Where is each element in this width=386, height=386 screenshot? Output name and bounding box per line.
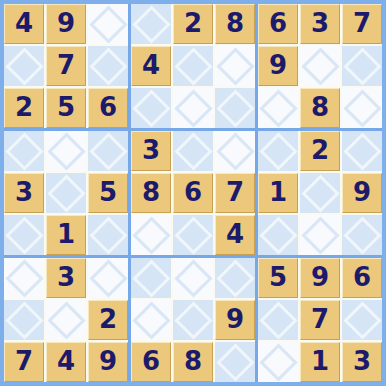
given-digit: 3	[311, 8, 329, 38]
cell-r8c8: 7	[300, 300, 340, 340]
cell-r2c7: 9	[258, 46, 298, 86]
cell-r8c7[interactable]	[258, 300, 298, 340]
cell-r1c6: 8	[215, 4, 255, 44]
cell-r4c9[interactable]	[342, 131, 382, 171]
cell-r5c2[interactable]	[46, 173, 86, 213]
box-9: 596713	[258, 258, 382, 382]
diamond-icon	[343, 132, 381, 170]
box-2: 284	[131, 4, 255, 128]
diamond-icon	[89, 47, 127, 85]
cell-r3c5[interactable]	[173, 88, 213, 128]
diamond-icon	[301, 174, 339, 212]
diamond-icon	[89, 5, 127, 43]
cell-r9c5: 8	[173, 342, 213, 382]
cell-r9c8: 1	[300, 342, 340, 382]
diamond-icon	[301, 47, 339, 85]
sudoku-board: 497256284637983513867421932749968596713	[0, 0, 386, 386]
cell-r6c7[interactable]	[258, 215, 298, 255]
diamond-icon	[5, 301, 43, 339]
diamond-icon	[132, 89, 170, 127]
cell-r6c4[interactable]	[131, 215, 171, 255]
diamond-icon	[5, 259, 43, 297]
box-3: 63798	[258, 4, 382, 128]
diamond-icon	[174, 301, 212, 339]
given-digit: 7	[353, 8, 371, 38]
diamond-icon	[47, 132, 85, 170]
cell-r1c8: 3	[300, 4, 340, 44]
given-digit: 3	[15, 177, 33, 207]
given-digit: 2	[15, 92, 33, 122]
cell-r3c4[interactable]	[131, 88, 171, 128]
cell-r3c3: 6	[88, 88, 128, 128]
cell-r7c3[interactable]	[88, 258, 128, 298]
cell-r2c9[interactable]	[342, 46, 382, 86]
cell-r7c8: 9	[300, 258, 340, 298]
cell-r6c5[interactable]	[173, 215, 213, 255]
diamond-icon	[47, 174, 85, 212]
diamond-icon	[343, 301, 381, 339]
cell-r2c1[interactable]	[4, 46, 44, 86]
cell-r1c1: 4	[4, 4, 44, 44]
cell-r2c6[interactable]	[215, 46, 255, 86]
cell-r2c3[interactable]	[88, 46, 128, 86]
given-digit: 4	[57, 346, 75, 376]
cell-r3c8: 8	[300, 88, 340, 128]
given-digit: 5	[269, 262, 287, 292]
cell-r5c6: 7	[215, 173, 255, 213]
diamond-icon	[5, 132, 43, 170]
cell-r2c2: 7	[46, 46, 86, 86]
cell-r7c2: 3	[46, 258, 86, 298]
cell-r3c2: 5	[46, 88, 86, 128]
diamond-icon	[132, 259, 170, 297]
given-digit: 6	[99, 92, 117, 122]
diamond-icon	[259, 343, 297, 381]
cell-r9c4: 6	[131, 342, 171, 382]
cell-r7c1[interactable]	[4, 258, 44, 298]
cell-r5c8[interactable]	[300, 173, 340, 213]
cell-r8c5[interactable]	[173, 300, 213, 340]
diamond-icon	[174, 47, 212, 85]
given-digit: 9	[353, 177, 371, 207]
cell-r6c1[interactable]	[4, 215, 44, 255]
diamond-icon	[174, 259, 212, 297]
cell-r7c5[interactable]	[173, 258, 213, 298]
diamond-icon	[89, 132, 127, 170]
given-digit: 7	[226, 177, 244, 207]
diamond-icon	[89, 259, 127, 297]
diamond-icon	[216, 47, 254, 85]
given-digit: 9	[57, 8, 75, 38]
cell-r3c9[interactable]	[342, 88, 382, 128]
cell-r4c3[interactable]	[88, 131, 128, 171]
diamond-icon	[301, 216, 339, 254]
cell-r1c9: 7	[342, 4, 382, 44]
given-digit: 6	[269, 8, 287, 38]
cell-r8c2[interactable]	[46, 300, 86, 340]
cell-r7c4[interactable]	[131, 258, 171, 298]
given-digit: 3	[353, 346, 371, 376]
given-digit: 1	[269, 177, 287, 207]
cell-r5c3: 5	[88, 173, 128, 213]
cell-r3c1: 2	[4, 88, 44, 128]
cell-r5c5: 6	[173, 173, 213, 213]
diamond-icon	[343, 89, 381, 127]
cell-r4c2[interactable]	[46, 131, 86, 171]
given-digit: 7	[15, 346, 33, 376]
given-digit: 6	[184, 177, 202, 207]
given-digit: 9	[226, 304, 244, 334]
given-digit: 9	[269, 50, 287, 80]
given-digit: 6	[353, 262, 371, 292]
diamond-icon	[89, 216, 127, 254]
cell-r6c9[interactable]	[342, 215, 382, 255]
given-digit: 9	[99, 346, 117, 376]
given-digit: 1	[311, 346, 329, 376]
given-digit: 8	[226, 8, 244, 38]
diamond-icon	[132, 5, 170, 43]
cell-r4c6[interactable]	[215, 131, 255, 171]
cell-r4c4: 3	[131, 131, 171, 171]
cell-r9c7[interactable]	[258, 342, 298, 382]
cell-r5c4: 8	[131, 173, 171, 213]
cell-r2c8[interactable]	[300, 46, 340, 86]
given-digit: 5	[57, 92, 75, 122]
cell-r8c4[interactable]	[131, 300, 171, 340]
cell-r9c6[interactable]	[215, 342, 255, 382]
cell-r1c4[interactable]	[131, 4, 171, 44]
given-digit: 1	[57, 219, 75, 249]
diamond-icon	[216, 89, 254, 127]
given-digit: 4	[15, 8, 33, 38]
box-5: 38674	[131, 131, 255, 255]
cell-r4c1[interactable]	[4, 131, 44, 171]
cell-r9c9: 3	[342, 342, 382, 382]
given-digit: 2	[311, 135, 329, 165]
given-digit: 4	[142, 50, 160, 80]
cell-r4c7[interactable]	[258, 131, 298, 171]
cell-r8c3: 2	[88, 300, 128, 340]
box-1: 497256	[4, 4, 128, 128]
diamond-icon	[174, 216, 212, 254]
given-digit: 5	[99, 177, 117, 207]
diamond-icon	[259, 216, 297, 254]
given-digit: 7	[57, 50, 75, 80]
cell-r8c1[interactable]	[4, 300, 44, 340]
given-digit: 8	[311, 92, 329, 122]
diamond-icon	[259, 89, 297, 127]
cell-r8c9[interactable]	[342, 300, 382, 340]
cell-r3c7[interactable]	[258, 88, 298, 128]
diamond-icon	[132, 301, 170, 339]
cell-r2c4: 4	[131, 46, 171, 86]
diamond-icon	[5, 216, 43, 254]
given-digit: 4	[226, 219, 244, 249]
given-digit: 7	[311, 304, 329, 334]
diamond-icon	[259, 301, 297, 339]
given-digit: 2	[184, 8, 202, 38]
diamond-icon	[47, 301, 85, 339]
diamond-icon	[174, 132, 212, 170]
given-digit: 8	[184, 346, 202, 376]
given-digit: 3	[142, 135, 160, 165]
diamond-icon	[5, 47, 43, 85]
cell-r7c9: 6	[342, 258, 382, 298]
cell-r7c6[interactable]	[215, 258, 255, 298]
diamond-icon	[216, 259, 254, 297]
cell-r4c8: 2	[300, 131, 340, 171]
cell-r1c3[interactable]	[88, 4, 128, 44]
given-digit: 2	[99, 304, 117, 334]
cell-r8c6: 9	[215, 300, 255, 340]
cell-r9c3: 9	[88, 342, 128, 382]
cell-r4c5[interactable]	[173, 131, 213, 171]
diamond-icon	[259, 132, 297, 170]
diamond-icon	[343, 47, 381, 85]
cell-r6c2: 1	[46, 215, 86, 255]
box-7: 32749	[4, 258, 128, 382]
cell-r2c5[interactable]	[173, 46, 213, 86]
cell-r6c8[interactable]	[300, 215, 340, 255]
cell-r6c6: 4	[215, 215, 255, 255]
cell-r9c1: 7	[4, 342, 44, 382]
given-digit: 9	[311, 262, 329, 292]
diamond-icon	[216, 343, 254, 381]
cell-r9c2: 4	[46, 342, 86, 382]
given-digit: 3	[57, 262, 75, 292]
diamond-icon	[132, 216, 170, 254]
given-digit: 6	[142, 346, 160, 376]
cell-r5c9: 9	[342, 173, 382, 213]
diamond-icon	[216, 132, 254, 170]
box-8: 968	[131, 258, 255, 382]
cell-r1c5: 2	[173, 4, 213, 44]
box-4: 351	[4, 131, 128, 255]
cell-r6c3[interactable]	[88, 215, 128, 255]
box-6: 219	[258, 131, 382, 255]
cell-r3c6[interactable]	[215, 88, 255, 128]
cell-r1c7: 6	[258, 4, 298, 44]
cell-r7c7: 5	[258, 258, 298, 298]
diamond-icon	[174, 89, 212, 127]
given-digit: 8	[142, 177, 160, 207]
cell-r1c2: 9	[46, 4, 86, 44]
diamond-icon	[343, 216, 381, 254]
cell-r5c1: 3	[4, 173, 44, 213]
cell-r5c7: 1	[258, 173, 298, 213]
